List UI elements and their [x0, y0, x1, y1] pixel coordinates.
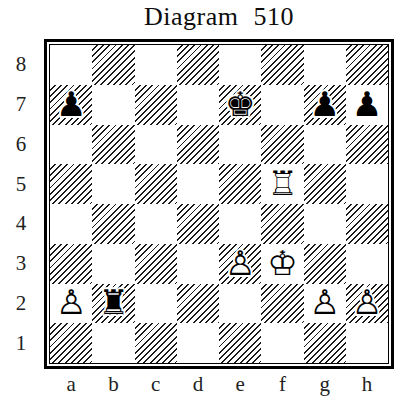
file-labels: abcdefgh	[44, 370, 394, 398]
rank-label-8: 8	[6, 45, 36, 85]
square-b6	[92, 125, 134, 165]
chess-board: ♟♚♟♟♜♖♟♙♚♔♟♙♜♟♙♟♙	[49, 44, 389, 364]
square-a1	[50, 323, 92, 363]
square-d6	[177, 125, 219, 165]
square-b3	[92, 244, 134, 284]
file-label-g: g	[304, 370, 346, 398]
square-b1	[92, 323, 134, 363]
square-g8	[304, 45, 346, 85]
square-b4	[92, 204, 134, 244]
square-f7	[261, 85, 303, 125]
square-d7	[177, 85, 219, 125]
square-h6	[346, 125, 388, 165]
white-pawn: ♟♙	[304, 284, 346, 324]
square-f1	[261, 323, 303, 363]
square-f6	[261, 125, 303, 165]
rank-label-4: 4	[6, 204, 36, 244]
square-a7: ♟	[50, 85, 92, 125]
square-h3	[346, 244, 388, 284]
black-rook: ♜	[92, 284, 134, 324]
square-c2	[135, 284, 177, 324]
square-f5: ♜♖	[261, 164, 303, 204]
white-pawn: ♟♙	[50, 284, 92, 324]
square-a5	[50, 164, 92, 204]
file-label-d: d	[177, 370, 219, 398]
white-king: ♚♔	[261, 244, 303, 284]
square-h1	[346, 323, 388, 363]
square-c4	[135, 204, 177, 244]
white-rook: ♜♖	[261, 164, 303, 204]
square-e3: ♟♙	[219, 244, 261, 284]
square-a3	[50, 244, 92, 284]
square-f8	[261, 45, 303, 85]
file-label-a: a	[50, 370, 92, 398]
square-e6	[219, 125, 261, 165]
square-h8	[346, 45, 388, 85]
square-h2: ♟♙	[346, 284, 388, 324]
rank-labels: 87654321	[6, 39, 36, 369]
black-king: ♚	[219, 85, 261, 125]
square-c7	[135, 85, 177, 125]
square-d3	[177, 244, 219, 284]
rank-label-2: 2	[6, 284, 36, 324]
square-g4	[304, 204, 346, 244]
diagram-title-word: Diagram	[144, 2, 238, 31]
square-b5	[92, 164, 134, 204]
square-a2: ♟♙	[50, 284, 92, 324]
file-label-c: c	[135, 370, 177, 398]
rank-label-1: 1	[6, 323, 36, 363]
rank-label-7: 7	[6, 85, 36, 125]
square-g2: ♟♙	[304, 284, 346, 324]
square-d8	[177, 45, 219, 85]
square-b7	[92, 85, 134, 125]
square-e2	[219, 284, 261, 324]
square-h5	[346, 164, 388, 204]
square-c1	[135, 323, 177, 363]
square-d5	[177, 164, 219, 204]
white-pawn: ♟♙	[219, 244, 261, 284]
square-g3	[304, 244, 346, 284]
square-c8	[135, 45, 177, 85]
square-g1	[304, 323, 346, 363]
square-e4	[219, 204, 261, 244]
square-a8	[50, 45, 92, 85]
chess-diagram-page: Diagram510 87654321 ♟♚♟♟♜♖♟♙♚♔♟♙♜♟♙♟♙ ab…	[0, 0, 400, 400]
rank-label-5: 5	[6, 164, 36, 204]
square-d4	[177, 204, 219, 244]
file-label-e: e	[219, 370, 261, 398]
square-b2: ♜	[92, 284, 134, 324]
square-d2	[177, 284, 219, 324]
square-e7: ♚	[219, 85, 261, 125]
square-e5	[219, 164, 261, 204]
square-f2	[261, 284, 303, 324]
square-f4	[261, 204, 303, 244]
square-c3	[135, 244, 177, 284]
chess-board-frame: ♟♚♟♟♜♖♟♙♚♔♟♙♜♟♙♟♙	[44, 39, 394, 369]
square-e1	[219, 323, 261, 363]
square-c5	[135, 164, 177, 204]
black-pawn: ♟	[304, 85, 346, 125]
square-e8	[219, 45, 261, 85]
diagram-title: Diagram510	[44, 2, 394, 32]
square-h7: ♟	[346, 85, 388, 125]
square-h4	[346, 204, 388, 244]
black-pawn: ♟	[346, 85, 388, 125]
file-label-h: h	[346, 370, 388, 398]
file-label-b: b	[92, 370, 134, 398]
square-a4	[50, 204, 92, 244]
rank-label-6: 6	[6, 125, 36, 165]
diagram-title-number: 510	[253, 2, 294, 31]
white-pawn: ♟♙	[346, 284, 388, 324]
square-a6	[50, 125, 92, 165]
file-label-f: f	[261, 370, 303, 398]
square-c6	[135, 125, 177, 165]
square-g5	[304, 164, 346, 204]
square-g6	[304, 125, 346, 165]
rank-label-3: 3	[6, 244, 36, 284]
square-f3: ♚♔	[261, 244, 303, 284]
square-d1	[177, 323, 219, 363]
square-b8	[92, 45, 134, 85]
black-pawn: ♟	[50, 85, 92, 125]
square-g7: ♟	[304, 85, 346, 125]
